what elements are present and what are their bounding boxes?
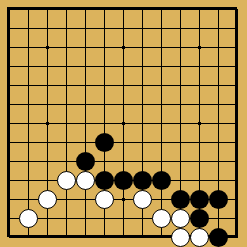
intersection-N6[interactable] [228,133,247,152]
intersection-F3[interactable] [95,190,114,209]
intersection-J12[interactable] [152,19,171,38]
intersection-A4[interactable] [0,171,19,190]
intersection-A1[interactable] [0,228,19,247]
intersection-M11[interactable] [209,38,228,57]
intersection-K9[interactable] [171,76,190,95]
board-grid [0,0,247,247]
intersection-E5[interactable] [76,152,95,171]
white-stone-F3 [95,190,114,209]
intersection-L8[interactable] [190,95,209,114]
go-board [0,0,247,247]
intersection-C3[interactable] [38,190,57,209]
intersection-A6[interactable] [0,133,19,152]
intersection-E12[interactable] [76,19,95,38]
intersection-J11[interactable] [152,38,171,57]
intersection-J10[interactable] [152,57,171,76]
intersection-F6[interactable] [95,133,114,152]
intersection-G8[interactable] [114,95,133,114]
intersection-F12[interactable] [95,19,114,38]
intersection-E13[interactable] [76,0,95,19]
intersection-A13[interactable] [0,0,19,19]
intersection-M7[interactable] [209,114,228,133]
intersection-J6[interactable] [152,133,171,152]
intersection-J7[interactable] [152,114,171,133]
intersection-G13[interactable] [114,0,133,19]
intersection-D8[interactable] [57,95,76,114]
intersection-L9[interactable] [190,76,209,95]
intersection-A10[interactable] [0,57,19,76]
black-stone-E5 [76,152,95,171]
intersection-N9[interactable] [228,76,247,95]
intersection-F1[interactable] [95,228,114,247]
intersection-F10[interactable] [95,57,114,76]
intersection-D5[interactable] [57,152,76,171]
intersection-G4[interactable] [114,171,133,190]
intersection-A11[interactable] [0,38,19,57]
intersection-M1[interactable] [209,228,228,247]
intersection-H1[interactable] [133,228,152,247]
intersection-M4[interactable] [209,171,228,190]
intersection-A9[interactable] [0,76,19,95]
white-stone-J2 [152,209,171,228]
intersection-N8[interactable] [228,95,247,114]
intersection-C4[interactable] [38,171,57,190]
intersection-C5[interactable] [38,152,57,171]
intersection-H8[interactable] [133,95,152,114]
intersection-B11[interactable] [19,38,38,57]
intersection-G3[interactable] [114,190,133,209]
intersection-D6[interactable] [57,133,76,152]
intersection-C9[interactable] [38,76,57,95]
intersection-L13[interactable] [190,0,209,19]
intersection-M8[interactable] [209,95,228,114]
intersection-E3[interactable] [76,190,95,209]
intersection-A2[interactable] [0,209,19,228]
intersection-M13[interactable] [209,0,228,19]
intersection-A3[interactable] [0,190,19,209]
intersection-M2[interactable] [209,209,228,228]
intersection-K7[interactable] [171,114,190,133]
intersection-N11[interactable] [228,38,247,57]
intersection-C2[interactable] [38,209,57,228]
intersection-F5[interactable] [95,152,114,171]
intersection-H12[interactable] [133,19,152,38]
intersection-E11[interactable] [76,38,95,57]
intersection-B6[interactable] [19,133,38,152]
intersection-K1[interactable] [171,228,190,247]
intersection-C10[interactable] [38,57,57,76]
intersection-B13[interactable] [19,0,38,19]
intersection-J5[interactable] [152,152,171,171]
intersection-K6[interactable] [171,133,190,152]
white-stone-B2 [19,209,38,228]
intersection-J3[interactable] [152,190,171,209]
intersection-M5[interactable] [209,152,228,171]
intersection-C6[interactable] [38,133,57,152]
intersection-M9[interactable] [209,76,228,95]
intersection-E6[interactable] [76,133,95,152]
intersection-C8[interactable] [38,95,57,114]
intersection-A12[interactable] [0,19,19,38]
intersection-E2[interactable] [76,209,95,228]
intersection-B12[interactable] [19,19,38,38]
intersection-D10[interactable] [57,57,76,76]
white-stone-K1 [171,228,190,247]
black-stone-J4 [152,171,171,190]
intersection-F4[interactable] [95,171,114,190]
intersection-G5[interactable] [114,152,133,171]
intersection-D1[interactable] [57,228,76,247]
intersection-K10[interactable] [171,57,190,76]
intersection-N2[interactable] [228,209,247,228]
white-stone-L1 [190,228,209,247]
intersection-A5[interactable] [0,152,19,171]
intersection-C7[interactable] [38,114,57,133]
white-stone-C3 [38,190,57,209]
intersection-F2[interactable] [95,209,114,228]
intersection-E1[interactable] [76,228,95,247]
intersection-L2[interactable] [190,209,209,228]
intersection-B1[interactable] [19,228,38,247]
intersection-N7[interactable] [228,114,247,133]
intersection-N12[interactable] [228,19,247,38]
white-stone-E4 [76,171,95,190]
intersection-M12[interactable] [209,19,228,38]
intersection-F11[interactable] [95,38,114,57]
intersection-B7[interactable] [19,114,38,133]
intersection-N13[interactable] [228,0,247,19]
intersection-H7[interactable] [133,114,152,133]
intersection-H6[interactable] [133,133,152,152]
intersection-L1[interactable] [190,228,209,247]
intersection-L12[interactable] [190,19,209,38]
intersection-K5[interactable] [171,152,190,171]
intersection-B9[interactable] [19,76,38,95]
intersection-C11[interactable] [38,38,57,57]
intersection-H3[interactable] [133,190,152,209]
black-stone-M1 [209,228,228,247]
intersection-J2[interactable] [152,209,171,228]
intersection-B3[interactable] [19,190,38,209]
intersection-M3[interactable] [209,190,228,209]
intersection-N1[interactable] [228,228,247,247]
intersection-K4[interactable] [171,171,190,190]
intersection-B5[interactable] [19,152,38,171]
intersection-E4[interactable] [76,171,95,190]
intersection-F7[interactable] [95,114,114,133]
white-stone-H3 [133,190,152,209]
intersection-D9[interactable] [57,76,76,95]
intersection-L4[interactable] [190,171,209,190]
white-stone-K2 [171,209,190,228]
intersection-C13[interactable] [38,0,57,19]
intersection-H10[interactable] [133,57,152,76]
intersection-J13[interactable] [152,0,171,19]
intersection-N4[interactable] [228,171,247,190]
intersection-M6[interactable] [209,133,228,152]
intersection-G9[interactable] [114,76,133,95]
black-stone-H4 [133,171,152,190]
intersection-B10[interactable] [19,57,38,76]
intersection-L5[interactable] [190,152,209,171]
white-stone-D4 [57,171,76,190]
intersection-H11[interactable] [133,38,152,57]
intersection-D7[interactable] [57,114,76,133]
intersection-K11[interactable] [171,38,190,57]
intersection-D2[interactable] [57,209,76,228]
intersection-N3[interactable] [228,190,247,209]
intersection-B8[interactable] [19,95,38,114]
intersection-H4[interactable] [133,171,152,190]
intersection-G12[interactable] [114,19,133,38]
intersection-F8[interactable] [95,95,114,114]
intersection-F13[interactable] [95,0,114,19]
intersection-G7[interactable] [114,114,133,133]
intersection-D13[interactable] [57,0,76,19]
intersection-A8[interactable] [0,95,19,114]
intersection-E8[interactable] [76,95,95,114]
intersection-L6[interactable] [190,133,209,152]
intersection-G1[interactable] [114,228,133,247]
intersection-H13[interactable] [133,0,152,19]
intersection-H9[interactable] [133,76,152,95]
intersection-D11[interactable] [57,38,76,57]
intersection-B4[interactable] [19,171,38,190]
intersection-H5[interactable] [133,152,152,171]
intersection-D3[interactable] [57,190,76,209]
intersection-J4[interactable] [152,171,171,190]
intersection-J9[interactable] [152,76,171,95]
intersection-N5[interactable] [228,152,247,171]
intersection-G2[interactable] [114,209,133,228]
intersection-F9[interactable] [95,76,114,95]
black-stone-F4 [95,171,114,190]
black-stone-L2 [190,209,209,228]
intersection-H2[interactable] [133,209,152,228]
intersection-G10[interactable] [114,57,133,76]
black-stone-K3 [171,190,190,209]
intersection-G11[interactable] [114,38,133,57]
intersection-N10[interactable] [228,57,247,76]
intersection-J8[interactable] [152,95,171,114]
black-stone-L3 [190,190,209,209]
intersection-K3[interactable] [171,190,190,209]
black-stone-F6 [95,133,114,152]
intersection-M10[interactable] [209,57,228,76]
intersection-K2[interactable] [171,209,190,228]
intersection-E7[interactable] [76,114,95,133]
intersection-L3[interactable] [190,190,209,209]
intersection-L11[interactable] [190,38,209,57]
intersection-G6[interactable] [114,133,133,152]
intersection-A7[interactable] [0,114,19,133]
intersection-D12[interactable] [57,19,76,38]
intersection-C1[interactable] [38,228,57,247]
intersection-E9[interactable] [76,76,95,95]
intersection-K8[interactable] [171,95,190,114]
intersection-D4[interactable] [57,171,76,190]
intersection-E10[interactable] [76,57,95,76]
black-stone-M3 [209,190,228,209]
intersection-C12[interactable] [38,19,57,38]
intersection-K13[interactable] [171,0,190,19]
intersection-B2[interactable] [19,209,38,228]
intersection-L7[interactable] [190,114,209,133]
intersection-J1[interactable] [152,228,171,247]
black-stone-G4 [114,171,133,190]
intersection-K12[interactable] [171,19,190,38]
intersection-L10[interactable] [190,57,209,76]
